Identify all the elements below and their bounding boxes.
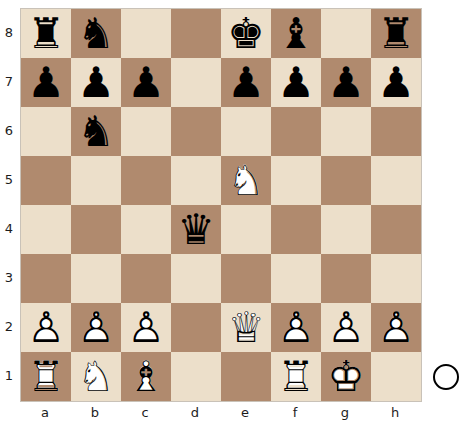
square-d3[interactable] [171, 254, 221, 303]
square-e4[interactable] [221, 205, 271, 254]
square-b3[interactable] [71, 254, 121, 303]
piece-outline-glyph: ♙ [371, 303, 421, 352]
square-f7[interactable]: ♟ [271, 58, 321, 107]
piece-outline-glyph: ♖ [271, 352, 321, 401]
piece-outline-glyph: ♙ [271, 303, 321, 352]
white-king[interactable]: ♚♔ [321, 352, 371, 401]
square-g5[interactable] [321, 156, 371, 205]
white-pawn[interactable]: ♟♙ [71, 303, 121, 352]
file-label-h: h [370, 402, 420, 422]
black-rook[interactable]: ♜ [21, 9, 71, 58]
white-rook[interactable]: ♜♖ [271, 352, 321, 401]
rank-label-3: 3 [0, 253, 18, 302]
square-e7[interactable]: ♟ [221, 58, 271, 107]
square-c3[interactable] [121, 254, 171, 303]
rank-label-6: 6 [0, 106, 18, 155]
white-pawn[interactable]: ♟♙ [371, 303, 421, 352]
square-f8[interactable]: ♝ [271, 9, 321, 58]
square-e5[interactable]: ♞♘ [221, 156, 271, 205]
square-e2[interactable]: ♛♕ [221, 303, 271, 352]
square-g8[interactable] [321, 9, 371, 58]
square-b2[interactable]: ♟♙ [71, 303, 121, 352]
piece-fill-glyph: ♟ [21, 58, 71, 107]
white-rook[interactable]: ♜♖ [21, 352, 71, 401]
piece-fill-glyph: ♟ [121, 58, 171, 107]
square-h5[interactable] [371, 156, 421, 205]
piece-outline-glyph: ♕ [221, 303, 271, 352]
square-a3[interactable] [21, 254, 71, 303]
rank-label-5: 5 [0, 155, 18, 204]
square-g3[interactable] [321, 254, 371, 303]
square-b8[interactable]: ♞ [71, 9, 121, 58]
black-knight[interactable]: ♞ [71, 9, 121, 58]
piece-fill-glyph: ♟ [321, 58, 371, 107]
square-e3[interactable] [221, 254, 271, 303]
square-d4[interactable]: ♛ [171, 205, 221, 254]
square-c8[interactable] [121, 9, 171, 58]
square-c4[interactable] [121, 205, 171, 254]
square-d2[interactable] [171, 303, 221, 352]
square-d6[interactable] [171, 107, 221, 156]
piece-fill-glyph: ♞ [71, 9, 121, 58]
square-f3[interactable] [271, 254, 321, 303]
square-g4[interactable] [321, 205, 371, 254]
square-h8[interactable]: ♜ [371, 9, 421, 58]
file-label-g: g [320, 402, 370, 422]
square-a2[interactable]: ♟♙ [21, 303, 71, 352]
black-pawn[interactable]: ♟ [21, 58, 71, 107]
rank-label-2: 2 [0, 302, 18, 351]
square-d8[interactable] [171, 9, 221, 58]
black-pawn[interactable]: ♟ [221, 58, 271, 107]
white-knight[interactable]: ♞♘ [71, 352, 121, 401]
square-a4[interactable] [21, 205, 71, 254]
white-knight[interactable]: ♞♘ [221, 156, 271, 205]
black-rook[interactable]: ♜ [371, 9, 421, 58]
black-pawn[interactable]: ♟ [321, 58, 371, 107]
piece-fill-glyph: ♟ [71, 58, 121, 107]
piece-fill-glyph: ♟ [221, 58, 271, 107]
square-e8[interactable]: ♚ [221, 9, 271, 58]
square-f6[interactable] [271, 107, 321, 156]
rank-labels: 87654321 [0, 8, 18, 400]
file-label-b: b [70, 402, 120, 422]
piece-fill-glyph: ♟ [271, 58, 321, 107]
white-pawn[interactable]: ♟♙ [21, 303, 71, 352]
file-label-f: f [270, 402, 320, 422]
piece-fill-glyph: ♞ [71, 107, 121, 156]
square-f2[interactable]: ♟♙ [271, 303, 321, 352]
file-label-d: d [170, 402, 220, 422]
file-label-c: c [120, 402, 170, 422]
black-king[interactable]: ♚ [221, 9, 271, 58]
square-h2[interactable]: ♟♙ [371, 303, 421, 352]
square-c7[interactable]: ♟ [121, 58, 171, 107]
piece-outline-glyph: ♗ [121, 352, 171, 401]
square-f5[interactable] [271, 156, 321, 205]
square-c5[interactable] [121, 156, 171, 205]
piece-outline-glyph: ♙ [21, 303, 71, 352]
file-label-a: a [20, 402, 70, 422]
square-c2[interactable]: ♟♙ [121, 303, 171, 352]
rank-label-1: 1 [0, 351, 18, 400]
file-label-e: e [220, 402, 270, 422]
piece-fill-glyph: ♜ [371, 9, 421, 58]
square-d1[interactable] [171, 352, 221, 401]
square-e6[interactable] [221, 107, 271, 156]
piece-fill-glyph: ♟ [371, 58, 421, 107]
black-pawn[interactable]: ♟ [371, 58, 421, 107]
black-knight[interactable]: ♞ [71, 107, 121, 156]
square-h4[interactable] [371, 205, 421, 254]
square-h1[interactable] [371, 352, 421, 401]
rank-label-7: 7 [0, 57, 18, 106]
square-g7[interactable]: ♟ [321, 58, 371, 107]
black-queen[interactable]: ♛ [171, 205, 221, 254]
square-a1[interactable]: ♜♖ [21, 352, 71, 401]
square-h7[interactable]: ♟ [371, 58, 421, 107]
piece-outline-glyph: ♖ [21, 352, 71, 401]
piece-fill-glyph: ♝ [271, 9, 321, 58]
piece-outline-glyph: ♙ [121, 303, 171, 352]
rank-label-8: 8 [0, 8, 18, 57]
square-d7[interactable] [171, 58, 221, 107]
square-h3[interactable] [371, 254, 421, 303]
white-bishop[interactable]: ♝♗ [121, 352, 171, 401]
black-pawn[interactable]: ♟ [271, 58, 321, 107]
chess-board: ♜♞♚♝♜♟♟♟♟♟♟♟♞♞♘♛♟♙♟♙♟♙♛♕♟♙♟♙♟♙♜♖♞♘♝♗♜♖♚♔ [20, 8, 422, 402]
chess-diagram: 87654321 ♜♞♚♝♜♟♟♟♟♟♟♟♞♞♘♛♟♙♟♙♟♙♛♕♟♙♟♙♟♙♜… [0, 0, 470, 427]
white-pawn[interactable]: ♟♙ [121, 303, 171, 352]
white-to-move-indicator [433, 364, 459, 390]
square-b5[interactable] [71, 156, 121, 205]
piece-outline-glyph: ♘ [71, 352, 121, 401]
black-pawn[interactable]: ♟ [71, 58, 121, 107]
white-pawn[interactable]: ♟♙ [271, 303, 321, 352]
square-d5[interactable] [171, 156, 221, 205]
square-a8[interactable]: ♜ [21, 9, 71, 58]
square-g6[interactable] [321, 107, 371, 156]
file-labels: abcdefgh [20, 402, 420, 422]
white-queen[interactable]: ♛♕ [221, 303, 271, 352]
square-c1[interactable]: ♝♗ [121, 352, 171, 401]
square-b1[interactable]: ♞♘ [71, 352, 121, 401]
piece-outline-glyph: ♘ [221, 156, 271, 205]
square-g2[interactable]: ♟♙ [321, 303, 371, 352]
square-a7[interactable]: ♟ [21, 58, 71, 107]
piece-fill-glyph: ♚ [221, 9, 271, 58]
black-bishop[interactable]: ♝ [271, 9, 321, 58]
white-pawn[interactable]: ♟♙ [321, 303, 371, 352]
square-a6[interactable] [21, 107, 71, 156]
square-b7[interactable]: ♟ [71, 58, 121, 107]
square-h6[interactable] [371, 107, 421, 156]
piece-outline-glyph: ♙ [321, 303, 371, 352]
rank-label-4: 4 [0, 204, 18, 253]
square-c6[interactable] [121, 107, 171, 156]
piece-outline-glyph: ♔ [321, 352, 371, 401]
square-e1[interactable] [221, 352, 271, 401]
square-g1[interactable]: ♚♔ [321, 352, 371, 401]
black-pawn[interactable]: ♟ [121, 58, 171, 107]
square-f4[interactable] [271, 205, 321, 254]
piece-fill-glyph: ♜ [21, 9, 71, 58]
square-b4[interactable] [71, 205, 121, 254]
piece-fill-glyph: ♛ [171, 205, 221, 254]
square-b6[interactable]: ♞ [71, 107, 121, 156]
piece-outline-glyph: ♙ [71, 303, 121, 352]
square-f1[interactable]: ♜♖ [271, 352, 321, 401]
square-a5[interactable] [21, 156, 71, 205]
